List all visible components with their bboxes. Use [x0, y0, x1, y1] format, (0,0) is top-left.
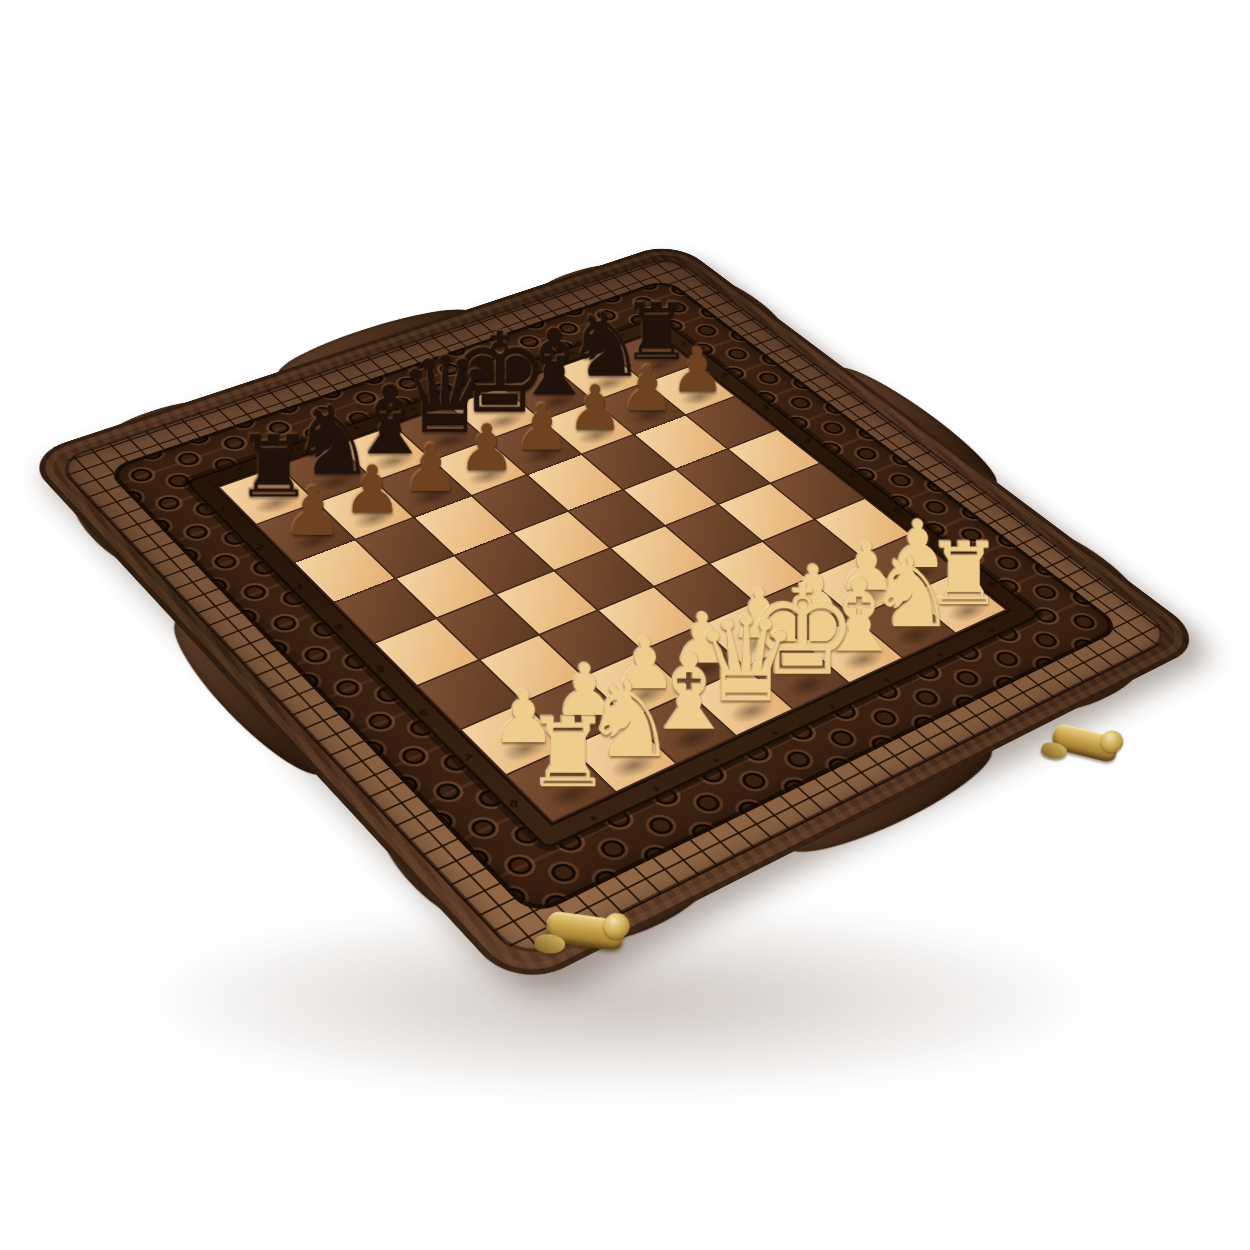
piece-shadow — [839, 579, 896, 612]
frame-notch-mark: + — [647, 783, 664, 795]
rank-label-right-2: 2 — [720, 371, 729, 380]
rank-label-right-8: 8 — [987, 580, 997, 590]
frame-notch-mark: + — [460, 385, 474, 394]
rank-label-right-4: 4 — [804, 436, 813, 445]
frame-notch-mark: + — [984, 625, 1000, 635]
rank-label-right-1: 1 — [680, 339, 689, 347]
frame-notch-mark: + — [823, 700, 839, 711]
brass-latch-icon — [544, 910, 625, 951]
carved-chess-box-board: 1234567812345678++++++++++++++++ ♜♞♝♛♚♝♞… — [22, 241, 1209, 992]
frame-notch-mark: + — [766, 727, 783, 739]
rank-label-left-5: 5 — [374, 663, 386, 675]
rank-label-left-8: 8 — [508, 797, 520, 810]
product-photo-scene: 1234567812345678++++++++++++++++ ♜♞♝♛♚♝♞… — [0, 0, 1250, 1250]
brass-latch-bottom — [544, 910, 625, 951]
frame-notch-mark: + — [585, 812, 602, 825]
brass-latch-right — [1050, 722, 1120, 763]
rank-label-right-5: 5 — [848, 470, 857, 479]
brass-latch-icon — [1050, 722, 1120, 763]
frame-notch-mark: + — [405, 404, 419, 413]
